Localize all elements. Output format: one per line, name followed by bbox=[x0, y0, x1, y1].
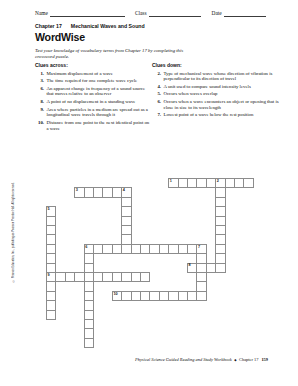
clue-number: 6. bbox=[35, 86, 44, 98]
clues-down-section: Clues down: 2. Type of mechanical wave w… bbox=[152, 62, 280, 120]
clue-text: A point of no displacement in a standing… bbox=[47, 99, 136, 105]
clue-number: 5. bbox=[152, 91, 161, 97]
page-footer: Physical Science Guided Reading and Stud… bbox=[135, 357, 268, 362]
grid-clue-number: 7 bbox=[198, 245, 200, 249]
clue-down-4: 4. A unit used to compare sound intensit… bbox=[152, 84, 280, 90]
grid-clue-number: 1 bbox=[170, 179, 172, 183]
chapter-number: Chapter 17 bbox=[35, 23, 62, 29]
clues-down-heading: Clues down: bbox=[152, 62, 280, 68]
page-title: WordWise bbox=[35, 31, 85, 43]
clue-number: 4. bbox=[152, 84, 161, 90]
crossword-cell[interactable] bbox=[46, 310, 56, 320]
clue-text: Lowest point of a wave below the rest po… bbox=[164, 112, 254, 118]
clue-across-10: 10. Distance from one point to the next … bbox=[35, 120, 151, 132]
footer-chapter: Chapter 17 bbox=[239, 357, 258, 362]
crossword-cell[interactable]: 8 bbox=[187, 263, 197, 273]
clue-number: 10. bbox=[35, 120, 44, 132]
grid-clue-number: 6 bbox=[85, 245, 87, 249]
grid-clue-number: 4 bbox=[123, 188, 125, 192]
crossword-cell[interactable] bbox=[140, 272, 150, 282]
footer-page-number: 159 bbox=[261, 357, 268, 362]
clue-down-5: 5. Occurs when waves overlap bbox=[152, 91, 280, 97]
clue-text: Maximum displacement of a wave bbox=[47, 71, 113, 77]
copyright-vertical-text: © Pearson Education, Inc., publishing as… bbox=[12, 186, 15, 282]
crossword-cell[interactable] bbox=[74, 272, 84, 282]
chapter-heading: Chapter 17 Mechanical Waves and Sound bbox=[35, 23, 145, 29]
class-label: Class bbox=[135, 10, 147, 17]
clues-across-section: Clues across: 1. Maximum displacement of… bbox=[35, 62, 151, 133]
clue-number: 1. bbox=[35, 71, 44, 77]
name-label: Name bbox=[35, 10, 48, 17]
crossword-cell[interactable] bbox=[206, 263, 216, 273]
clue-text: The time required for one complete wave … bbox=[47, 78, 138, 84]
clue-across-1: 1. Maximum displacement of a wave bbox=[35, 71, 151, 77]
grid-clue-number: 5 bbox=[48, 207, 50, 211]
clue-number: 3. bbox=[35, 78, 44, 84]
clue-text: Occurs when a wave encounters an object … bbox=[164, 99, 281, 111]
clue-text: Distance from one point to the next iden… bbox=[47, 120, 152, 132]
grid-clue-number: 9 bbox=[48, 273, 50, 277]
grid-clue-number: 2 bbox=[217, 179, 219, 183]
chapter-title: Mechanical Waves and Sound bbox=[71, 23, 145, 29]
clue-text: Occurs when waves overlap bbox=[164, 91, 218, 97]
clue-number: 7. bbox=[152, 112, 161, 118]
worksheet-page: Name Class Date Chapter 17 Mechanical Wa… bbox=[0, 0, 298, 386]
class-writein-line[interactable] bbox=[149, 9, 201, 17]
crossword-cell[interactable] bbox=[243, 178, 253, 188]
clue-number: 2. bbox=[152, 71, 161, 83]
date-label: Date bbox=[212, 10, 222, 17]
clue-down-7: 7. Lowest point of a wave below the rest… bbox=[152, 112, 280, 118]
clue-across-8: 8. A point of no displacement in a stand… bbox=[35, 99, 151, 105]
grid-clue-number: 3 bbox=[76, 188, 78, 192]
crossword-cell[interactable] bbox=[187, 291, 197, 301]
clue-across-3: 3. The time required for one complete wa… bbox=[35, 78, 151, 84]
instructions-text: Test your knowledge of vocabulary terms … bbox=[35, 48, 197, 59]
grid-clue-number: 10 bbox=[113, 292, 117, 296]
clue-number: 9. bbox=[35, 107, 44, 119]
clue-across-6: 6. An apparent change in frequency of a … bbox=[35, 86, 151, 98]
crossword-cell[interactable] bbox=[215, 263, 225, 273]
crossword-cell[interactable] bbox=[84, 338, 94, 348]
header-writein-row: Name Class Date bbox=[35, 9, 269, 17]
clue-number: 6. bbox=[152, 99, 161, 111]
footer-book-title: Physical Science Guided Reading and Stud… bbox=[135, 357, 232, 362]
crossword-cell[interactable] bbox=[112, 244, 122, 254]
clue-text: Type of mechanical wave whose direction … bbox=[164, 71, 281, 83]
clue-across-9: 9. Area where particles in a medium are … bbox=[35, 107, 151, 119]
crossword-grid: 12345967810 bbox=[46, 178, 254, 348]
crossword-cell[interactable] bbox=[196, 291, 206, 301]
clue-down-6: 6. Occurs when a wave encounters an obje… bbox=[152, 99, 280, 111]
diamond-bullet-icon: ◆ bbox=[234, 358, 236, 362]
grid-clue-number: 8 bbox=[189, 263, 191, 267]
clue-text: A unit used to compare sound intensity l… bbox=[164, 84, 251, 90]
clue-text: An apparent change in frequency of a sou… bbox=[47, 86, 152, 98]
clue-down-2: 2. Type of mechanical wave whose directi… bbox=[152, 71, 280, 83]
clue-text: Area where particles in a medium are spr… bbox=[47, 107, 152, 119]
name-writein-line[interactable] bbox=[50, 9, 125, 17]
date-writein-line[interactable] bbox=[224, 9, 266, 17]
clue-number: 8. bbox=[35, 99, 44, 105]
clues-across-heading: Clues across: bbox=[35, 62, 151, 68]
